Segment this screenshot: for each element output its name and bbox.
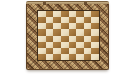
square-g1[interactable] [84, 54, 92, 60]
board-top-edge [26, 1, 109, 4]
hinge-mark [84, 2, 87, 5]
square-b1[interactable] [46, 54, 54, 60]
square-e1[interactable] [69, 54, 77, 60]
hinge-mark [43, 2, 46, 5]
board-grid [38, 11, 99, 60]
square-a1[interactable] [38, 54, 46, 60]
chessboard [26, 1, 109, 70]
square-h1[interactable] [91, 54, 99, 60]
board-frame-mosaic [26, 4, 109, 70]
photo-background [0, 0, 135, 75]
square-d1[interactable] [61, 54, 69, 60]
board-inner-frame [37, 10, 100, 61]
square-c1[interactable] [53, 54, 61, 60]
square-f1[interactable] [76, 54, 84, 60]
